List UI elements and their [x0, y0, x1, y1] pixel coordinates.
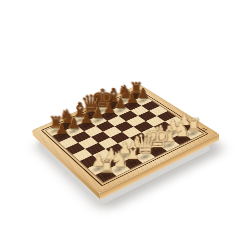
square-a1: ♜: [95, 169, 116, 183]
board-scene: ♜♞♝♛♚♝♞♜♟♟♟♟♟♟♟♟♟♟♟♟♟♟♟♟♜♞♝♛♚♝♞♜: [0, 0, 250, 250]
square-a7: ♟: [52, 131, 71, 142]
white-rook-icon: ♜: [93, 157, 119, 176]
square-d5: [103, 126, 122, 137]
chess-board: ♜♞♝♛♚♝♞♜♟♟♟♟♟♟♟♟♟♟♟♟♟♟♟♟♜♞♝♛♚♝♞♜: [32, 84, 219, 193]
black-pawn-icon: ♟: [50, 122, 74, 137]
product-photo-stage: ♜♞♝♛♚♝♞♜♟♟♟♟♟♟♟♟♟♟♟♟♟♟♟♟♜♞♝♛♚♝♞♜: [0, 0, 250, 250]
